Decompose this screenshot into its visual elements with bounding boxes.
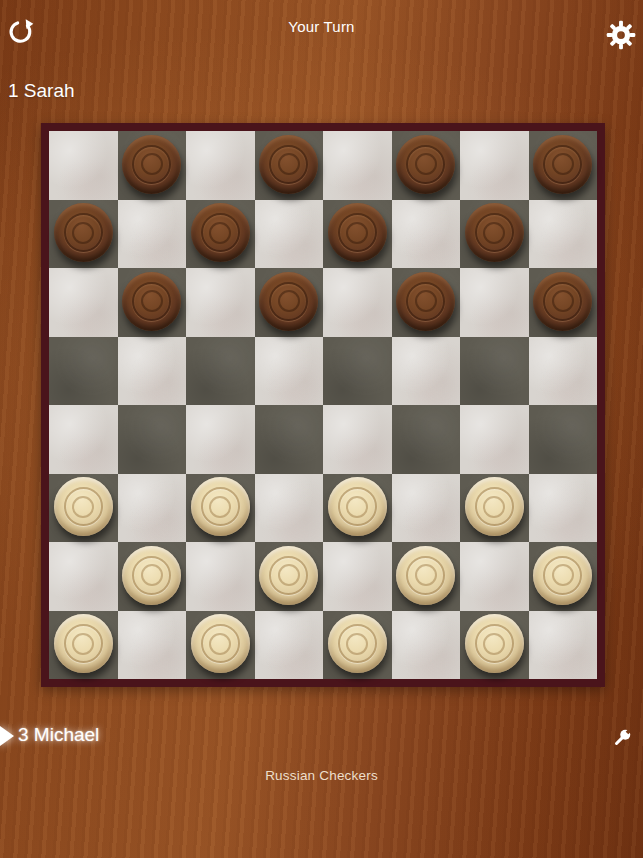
- square-f2[interactable]: [392, 542, 461, 611]
- square-d8[interactable]: [255, 131, 324, 200]
- square-h4[interactable]: [529, 405, 598, 474]
- checker-light[interactable]: [191, 477, 250, 536]
- square-h3[interactable]: [529, 474, 598, 543]
- checker-dark[interactable]: [533, 135, 592, 194]
- square-h2[interactable]: [529, 542, 598, 611]
- checker-light[interactable]: [54, 477, 113, 536]
- square-h5[interactable]: [529, 337, 598, 406]
- square-c1[interactable]: [186, 611, 255, 680]
- square-c8[interactable]: [186, 131, 255, 200]
- square-g2[interactable]: [460, 542, 529, 611]
- square-e4[interactable]: [323, 405, 392, 474]
- square-d4[interactable]: [255, 405, 324, 474]
- square-c3[interactable]: [186, 474, 255, 543]
- square-g5[interactable]: [460, 337, 529, 406]
- square-f1[interactable]: [392, 611, 461, 680]
- player-label-top: 1 Sarah: [8, 80, 75, 102]
- square-c5[interactable]: [186, 337, 255, 406]
- square-d5[interactable]: [255, 337, 324, 406]
- square-a2[interactable]: [49, 542, 118, 611]
- square-g6[interactable]: [460, 268, 529, 337]
- square-h7[interactable]: [529, 200, 598, 269]
- checker-dark[interactable]: [259, 272, 318, 331]
- checker-light[interactable]: [259, 546, 318, 605]
- square-h6[interactable]: [529, 268, 598, 337]
- square-c4[interactable]: [186, 405, 255, 474]
- square-b3[interactable]: [118, 474, 187, 543]
- variant-label: Russian Checkers: [0, 768, 643, 783]
- checker-light[interactable]: [122, 546, 181, 605]
- square-b7[interactable]: [118, 200, 187, 269]
- square-a7[interactable]: [49, 200, 118, 269]
- square-d6[interactable]: [255, 268, 324, 337]
- square-f6[interactable]: [392, 268, 461, 337]
- checker-dark[interactable]: [396, 135, 455, 194]
- square-f7[interactable]: [392, 200, 461, 269]
- turn-indicator-arrow-icon: [0, 726, 14, 746]
- square-a5[interactable]: [49, 337, 118, 406]
- square-d7[interactable]: [255, 200, 324, 269]
- square-e7[interactable]: [323, 200, 392, 269]
- square-g4[interactable]: [460, 405, 529, 474]
- square-a4[interactable]: [49, 405, 118, 474]
- checker-dark[interactable]: [122, 272, 181, 331]
- gear-icon: [606, 36, 636, 53]
- checker-light[interactable]: [54, 614, 113, 673]
- square-b4[interactable]: [118, 405, 187, 474]
- checker-dark[interactable]: [533, 272, 592, 331]
- square-g7[interactable]: [460, 200, 529, 269]
- square-c2[interactable]: [186, 542, 255, 611]
- board-grid: [49, 131, 597, 679]
- square-h1[interactable]: [529, 611, 598, 680]
- square-b8[interactable]: [118, 131, 187, 200]
- checker-dark[interactable]: [328, 203, 387, 262]
- checker-light[interactable]: [465, 614, 524, 673]
- square-e5[interactable]: [323, 337, 392, 406]
- tools-button[interactable]: [609, 726, 634, 751]
- square-f5[interactable]: [392, 337, 461, 406]
- square-d2[interactable]: [255, 542, 324, 611]
- checkers-app: Your Turn 1 Sarah 3 Michael: [0, 0, 643, 858]
- checker-dark[interactable]: [396, 272, 455, 331]
- checker-light[interactable]: [465, 477, 524, 536]
- square-h8[interactable]: [529, 131, 598, 200]
- square-b6[interactable]: [118, 268, 187, 337]
- checker-dark[interactable]: [191, 203, 250, 262]
- square-a6[interactable]: [49, 268, 118, 337]
- checker-dark[interactable]: [54, 203, 113, 262]
- square-b5[interactable]: [118, 337, 187, 406]
- square-a1[interactable]: [49, 611, 118, 680]
- square-f8[interactable]: [392, 131, 461, 200]
- checker-light[interactable]: [396, 546, 455, 605]
- square-g3[interactable]: [460, 474, 529, 543]
- checker-dark[interactable]: [259, 135, 318, 194]
- checker-light[interactable]: [191, 614, 250, 673]
- square-g1[interactable]: [460, 611, 529, 680]
- square-d3[interactable]: [255, 474, 324, 543]
- checker-light[interactable]: [328, 477, 387, 536]
- square-f4[interactable]: [392, 405, 461, 474]
- wrench-icon: [609, 737, 634, 754]
- status-title: Your Turn: [0, 18, 643, 35]
- square-c6[interactable]: [186, 268, 255, 337]
- square-e3[interactable]: [323, 474, 392, 543]
- checker-dark[interactable]: [465, 203, 524, 262]
- square-b1[interactable]: [118, 611, 187, 680]
- square-f3[interactable]: [392, 474, 461, 543]
- square-g8[interactable]: [460, 131, 529, 200]
- square-d1[interactable]: [255, 611, 324, 680]
- square-a3[interactable]: [49, 474, 118, 543]
- square-c7[interactable]: [186, 200, 255, 269]
- checker-dark[interactable]: [122, 135, 181, 194]
- checker-light[interactable]: [328, 614, 387, 673]
- square-e1[interactable]: [323, 611, 392, 680]
- player-label-bottom: 3 Michael: [18, 724, 99, 746]
- square-a8[interactable]: [49, 131, 118, 200]
- square-e8[interactable]: [323, 131, 392, 200]
- checker-light[interactable]: [533, 546, 592, 605]
- square-e2[interactable]: [323, 542, 392, 611]
- square-b2[interactable]: [118, 542, 187, 611]
- square-e6[interactable]: [323, 268, 392, 337]
- checkers-board: [41, 123, 605, 687]
- settings-button[interactable]: [606, 20, 636, 50]
